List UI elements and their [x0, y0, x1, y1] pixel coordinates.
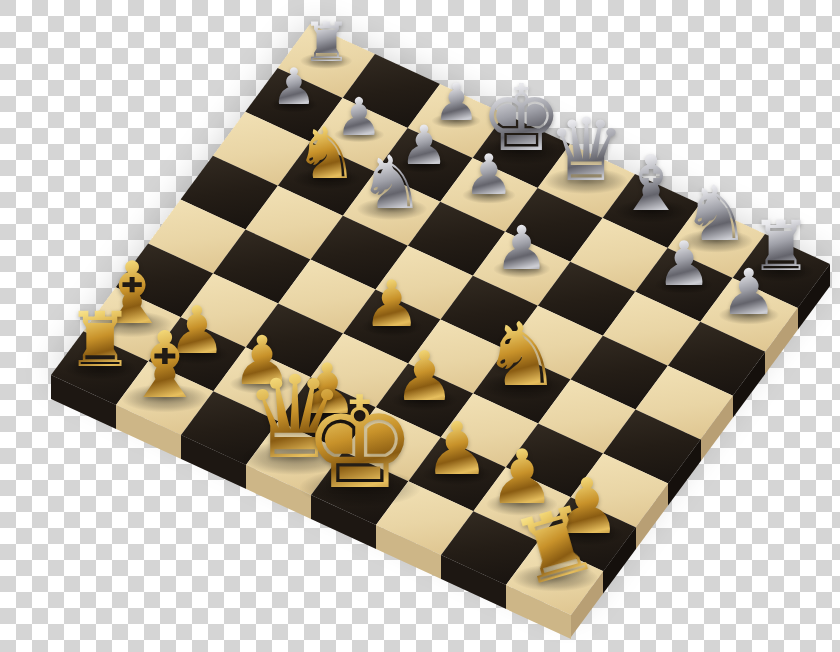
piece-silver-bishop-f8[interactable]: ♝	[617, 146, 685, 222]
piece-gold-bishop-b1[interactable]: ♝	[124, 320, 206, 412]
piece-gold-king-e1[interactable]: ♚	[303, 380, 417, 507]
piece-gold-knight-b6[interactable]: ♞	[295, 118, 359, 189]
piece-silver-knight-c6[interactable]: ♞	[358, 146, 424, 220]
piece-silver-queen-e8[interactable]: ♛	[547, 107, 625, 194]
piece-gold-pawn-f2[interactable]: ♟	[424, 412, 490, 485]
piece-silver-pawn-a7[interactable]: ♟	[271, 62, 316, 112]
piece-gold-knight-f4[interactable]: ♞	[482, 312, 561, 400]
piece-gold-pawn-d4[interactable]: ♟	[363, 272, 420, 336]
piece-silver-pawn-h7[interactable]: ♟	[721, 261, 778, 324]
piece-silver-pawn-g7[interactable]: ♟	[656, 233, 711, 294]
piece-silver-pawn-e6[interactable]: ♟	[494, 217, 548, 277]
chess-set-photo: ♜♟♚♛♝♞♜♟♟♟♟♟♟♞♟♞♟♞♟♝♟♟♟♟♟♟♜♝♛♚♜	[0, 0, 840, 652]
piece-silver-pawn-d7[interactable]: ♟	[464, 147, 514, 203]
